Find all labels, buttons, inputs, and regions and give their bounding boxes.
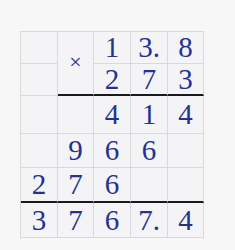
cell-r1c3: 1 — [94, 32, 131, 64]
multiplication-grid: ×13.82734149662763767.4 — [20, 31, 204, 238]
operator-cell-multiply-sign: × — [58, 32, 94, 96]
cell-r2c3: 2 — [94, 64, 131, 96]
cell-r5c1: 2 — [21, 168, 58, 203]
page-background: { "game": "long-multiplication", "title"… — [0, 0, 235, 250]
cell-r3c2 — [58, 96, 94, 134]
cell-r1c4: 3. — [131, 32, 168, 64]
cell-r3c1 — [21, 96, 58, 134]
cell-r6c5: 4 — [168, 203, 204, 238]
cell-r6c4: 7. — [131, 203, 168, 238]
cell-r4c5 — [168, 134, 204, 168]
cell-r6c2: 7 — [58, 203, 94, 238]
cell-r3c4: 1 — [131, 96, 168, 134]
cell-r5c4 — [131, 168, 168, 203]
cell-r3c5: 4 — [168, 96, 204, 134]
cell-r5c3: 6 — [94, 168, 131, 203]
cell-r2c4: 7 — [131, 64, 168, 96]
cell-r6c1: 3 — [21, 203, 58, 238]
cell-r2c5: 3 — [168, 64, 204, 96]
cell-r4c3: 6 — [94, 134, 131, 168]
cell-r3c3: 4 — [94, 96, 131, 134]
cell-r5c2: 7 — [58, 168, 94, 203]
cell-r4c1 — [21, 134, 58, 168]
cell-r2c1 — [21, 64, 58, 96]
cell-r4c4: 6 — [131, 134, 168, 168]
cell-r4c2: 9 — [58, 134, 94, 168]
cell-r1c5: 8 — [168, 32, 204, 64]
cell-r5c5 — [168, 168, 204, 203]
cell-r1c1 — [21, 32, 58, 64]
cell-r6c3: 6 — [94, 203, 131, 238]
